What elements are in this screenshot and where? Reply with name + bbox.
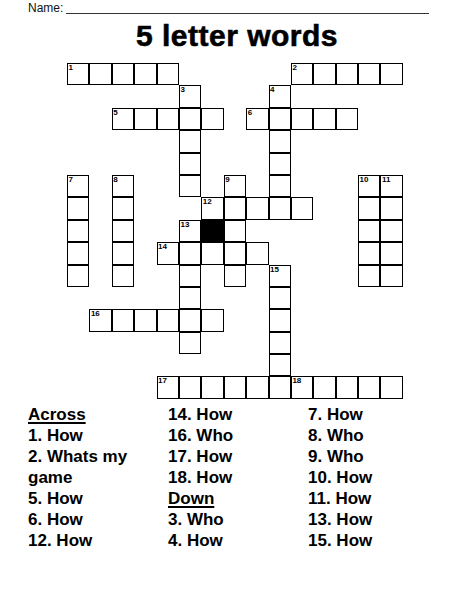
grid-cell-9-5[interactable] [269,175,291,197]
clue-column-1: Across1. How2. Whats my game5. How6. How… [28,404,160,551]
grid-cell-1-11[interactable]: 16 [89,309,111,331]
grid-cell-5-12[interactable] [179,332,201,354]
grid-cell-5-8[interactable] [179,242,201,264]
cell-number-14: 14 [158,242,167,252]
grid-cell-5-4[interactable] [179,153,201,175]
grid-cell-11-2[interactable] [313,108,335,130]
cell-number-18: 18 [292,376,301,386]
grid-cell-8-8[interactable] [246,242,268,264]
grid-cell-9-9[interactable]: 15 [269,265,291,287]
clue-down-13: 13. How [308,509,440,530]
grid-cell-2-0[interactable] [112,63,134,85]
clue-down-8: 8. Who [308,425,440,446]
grid-cell-9-3[interactable] [269,130,291,152]
clue-across-16: 16. Who [168,425,300,446]
grid-cell-7-7[interactable] [224,220,246,242]
grid-cell-12-14[interactable] [336,376,358,398]
grid-cell-7-6[interactable] [224,197,246,219]
grid-cell-13-5[interactable]: 10 [358,175,380,197]
grid-cell-6-2[interactable] [201,108,223,130]
clue-across-1: 1. How [28,425,160,446]
grid-cell-6-8[interactable] [201,242,223,264]
grid-cell-4-8[interactable]: 14 [157,242,179,264]
grid-cell-7-5[interactable]: 9 [224,175,246,197]
grid-cell-1-0[interactable] [89,63,111,85]
page-title: 5 letter words [0,19,474,53]
cell-number-8: 8 [113,175,117,185]
grid-cell-4-11[interactable] [157,309,179,331]
grid-cell-5-14[interactable] [179,376,201,398]
cell-number-17: 17 [158,376,167,386]
grid-cell-9-13[interactable] [269,354,291,376]
grid-cell-0-0[interactable]: 1 [67,63,89,85]
cell-number-1: 1 [69,63,73,73]
grid-cell-5-11[interactable] [179,309,201,331]
grid-cell-13-7[interactable] [358,220,380,242]
clue-down-15: 15. How [308,530,440,551]
grid-cell-9-2[interactable] [269,108,291,130]
grid-cell-11-0[interactable] [313,63,335,85]
grid-cell-13-0[interactable] [358,63,380,85]
grid-cell-10-14[interactable]: 18 [291,376,313,398]
grid-cell-4-2[interactable] [157,108,179,130]
grid-cell-5-10[interactable] [179,287,201,309]
cell-number-4: 4 [270,85,274,95]
clue-across-14: 14. How [168,404,300,425]
grid-cell-0-9[interactable] [67,265,89,287]
grid-cell-12-0[interactable] [336,63,358,85]
grid-cell-2-2[interactable]: 5 [112,108,134,130]
cell-number-12: 12 [203,197,212,207]
grid-cell-9-10[interactable] [269,287,291,309]
name-blank-line [66,13,429,14]
grid-cell-4-14[interactable]: 17 [157,376,179,398]
grid-cell-12-2[interactable] [336,108,358,130]
clue-across-5: 5. How [28,488,160,509]
clue-across-6: 6. How [28,509,160,530]
grid-cell-2-6[interactable] [112,197,134,219]
cell-number-15: 15 [270,265,279,275]
clue-column-3: 7. How8. Who9. Who10. How11. How13. How1… [308,404,440,551]
cell-number-6: 6 [248,108,252,118]
grid-cell-2-11[interactable] [112,309,134,331]
grid-cell-9-14[interactable] [269,376,291,398]
cell-number-10: 10 [360,175,369,185]
clue-across-18: 18. How [168,467,300,488]
grid-cell-11-14[interactable] [313,376,335,398]
grid-cell-5-5[interactable] [179,175,201,197]
grid-cell-3-11[interactable] [134,309,156,331]
cell-number-2: 2 [292,63,296,73]
cell-number-16: 16 [91,309,100,319]
cell-number-3: 3 [180,85,184,95]
grid-cell-13-9[interactable] [358,265,380,287]
clue-across-2: 2. Whats my game [28,446,160,488]
clue-down-3: 3. Who [168,509,300,530]
grid-cell-2-9[interactable] [112,265,134,287]
grid-cell-14-8[interactable] [380,242,402,264]
cell-number-13: 13 [180,220,189,230]
clue-down-7: 7. How [308,404,440,425]
grid-cell-14-14[interactable] [380,376,402,398]
clue-down-10: 10. How [308,467,440,488]
grid-cell-7-14[interactable] [224,376,246,398]
grid-cell-6-14[interactable] [201,376,223,398]
cell-number-11: 11 [382,175,390,185]
grid-cell-10-6[interactable] [291,197,313,219]
clue-down-9: 9. Who [308,446,440,467]
grid-cell-6-6[interactable]: 12 [201,197,223,219]
crossword-grid: 123456789101112131415161718 [67,63,403,399]
grid-cell-9-4[interactable] [269,153,291,175]
worksheet-page: { "header": { "name_label": "Name:", "ti… [0,0,474,613]
grid-block-cell [201,220,223,242]
grid-cell-5-7[interactable]: 13 [179,220,201,242]
grid-cell-10-2[interactable] [291,108,313,130]
cell-number-7: 7 [69,175,73,185]
grid-cell-5-2[interactable] [179,108,201,130]
grid-cell-13-14[interactable] [358,376,380,398]
grid-cell-9-11[interactable] [269,309,291,331]
grid-cell-4-0[interactable] [157,63,179,85]
grid-cell-9-12[interactable] [269,332,291,354]
grid-cell-0-7[interactable] [67,220,89,242]
grid-cell-2-7[interactable] [112,220,134,242]
grid-cell-14-7[interactable] [380,220,402,242]
name-label: Name: [28,1,63,15]
grid-cell-14-9[interactable] [380,265,402,287]
clue-across-17: 17. How [168,446,300,467]
grid-cell-9-1[interactable]: 4 [269,85,291,107]
grid-cell-5-1[interactable]: 3 [179,85,201,107]
clues-down-header: Down [168,488,300,509]
grid-cell-7-8[interactable] [224,242,246,264]
grid-cell-3-0[interactable] [134,63,156,85]
clue-across-12: 12. How [28,530,160,551]
clue-column-2: 14. How16. Who17. How18. HowDown3. Who4.… [168,404,300,551]
clues-across-header: Across [28,404,160,425]
grid-cell-8-6[interactable] [246,197,268,219]
grid-cell-10-0[interactable]: 2 [291,63,313,85]
grid-cell-14-5[interactable]: 11 [380,175,402,197]
grid-cell-13-8[interactable] [358,242,380,264]
cell-number-5: 5 [113,108,117,118]
grid-cell-8-14[interactable] [246,376,268,398]
grid-cell-0-5[interactable]: 7 [67,175,89,197]
grid-cell-9-6[interactable] [269,197,291,219]
grid-cell-0-8[interactable] [67,242,89,264]
grid-cell-13-6[interactable] [358,197,380,219]
grid-cell-5-9[interactable] [179,265,201,287]
grid-cell-5-3[interactable] [179,130,201,152]
grid-cell-8-2[interactable]: 6 [246,108,268,130]
grid-cell-0-6[interactable] [67,197,89,219]
grid-cell-6-11[interactable] [201,309,223,331]
clue-down-11: 11. How [308,488,440,509]
grid-cell-3-2[interactable] [134,108,156,130]
grid-cell-7-9[interactable] [224,265,246,287]
clue-down-4: 4. How [168,530,300,551]
grid-cell-2-5[interactable]: 8 [112,175,134,197]
grid-cell-2-8[interactable] [112,242,134,264]
grid-cell-14-6[interactable] [380,197,402,219]
grid-cell-14-0[interactable] [380,63,402,85]
cell-number-9: 9 [225,175,229,185]
